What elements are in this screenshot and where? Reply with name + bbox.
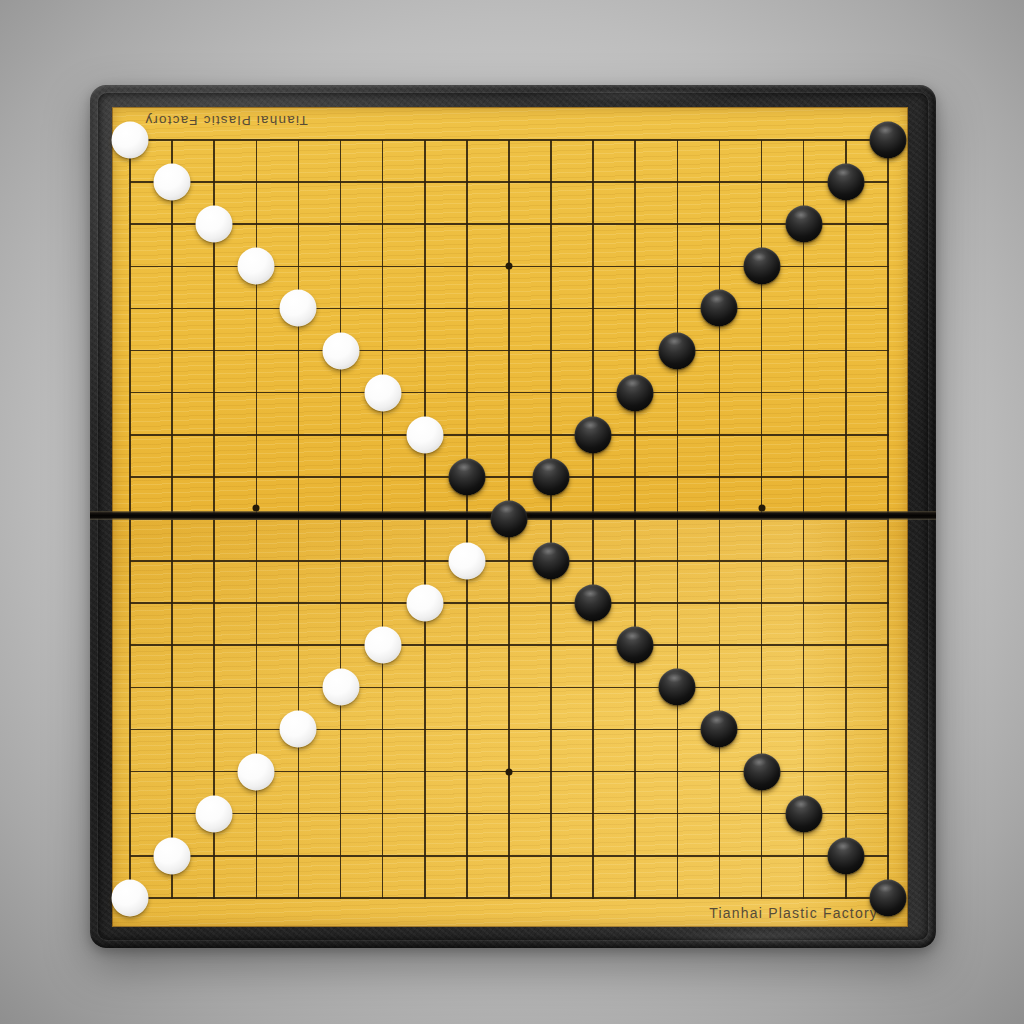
black-stone — [659, 332, 696, 369]
white-stone — [154, 164, 191, 201]
black-stone — [448, 458, 485, 495]
black-stone — [869, 879, 906, 916]
black-stone — [533, 458, 570, 495]
stones-layer — [112, 107, 908, 927]
white-stone — [406, 585, 443, 622]
black-stone — [827, 837, 864, 874]
black-stone — [533, 543, 570, 580]
black-stone — [701, 290, 738, 327]
white-stone — [196, 795, 233, 832]
go-board-frame: Tianhai Plastic Factory Tianhai Plastic … — [90, 85, 936, 948]
white-stone — [112, 879, 149, 916]
black-stone — [490, 500, 527, 537]
black-stone — [617, 627, 654, 664]
white-stone — [280, 711, 317, 748]
black-stone — [575, 585, 612, 622]
black-stone — [785, 795, 822, 832]
black-stone — [869, 122, 906, 159]
white-stone — [238, 248, 275, 285]
white-stone — [322, 669, 359, 706]
black-stone — [659, 669, 696, 706]
black-stone — [785, 206, 822, 243]
white-stone — [238, 753, 275, 790]
photo-background: Tianhai Plastic Factory Tianhai Plastic … — [0, 0, 1024, 1024]
mold-mark — [520, 88, 740, 102]
white-stone — [112, 122, 149, 159]
mold-mark — [650, 930, 870, 944]
black-stone — [743, 753, 780, 790]
black-stone — [827, 164, 864, 201]
white-stone — [364, 627, 401, 664]
black-stone — [617, 374, 654, 411]
white-stone — [322, 332, 359, 369]
white-stone — [448, 543, 485, 580]
white-stone — [406, 416, 443, 453]
white-stone — [280, 290, 317, 327]
black-stone — [575, 416, 612, 453]
black-stone — [743, 248, 780, 285]
black-stone — [701, 711, 738, 748]
white-stone — [364, 374, 401, 411]
white-stone — [196, 206, 233, 243]
white-stone — [154, 837, 191, 874]
